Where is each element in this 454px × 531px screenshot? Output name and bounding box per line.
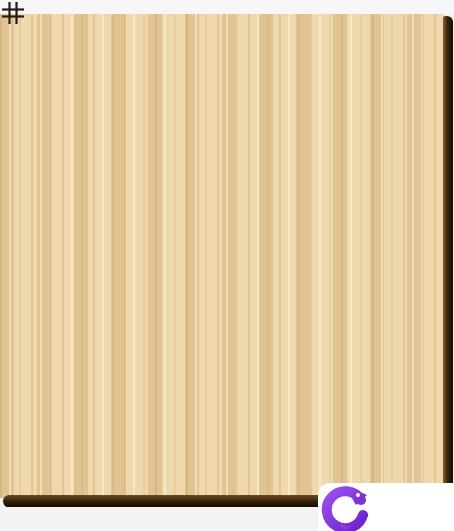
- watermark: [318, 483, 454, 531]
- file-labels-top: [0, 0, 454, 14]
- dragon-logo-icon: [320, 484, 368, 531]
- board-edge-right: [443, 16, 453, 502]
- app-screen: [0, 0, 454, 531]
- board-wood[interactable]: [0, 14, 446, 498]
